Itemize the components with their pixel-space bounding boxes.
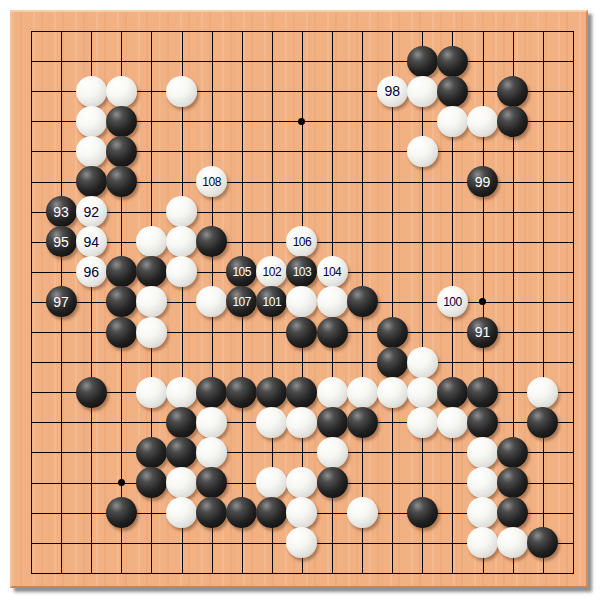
white-stone[interactable] [166, 467, 197, 498]
black-stone[interactable] [226, 377, 257, 408]
move-number-label: 92 [83, 205, 99, 219]
black-stone[interactable]: 93 [46, 196, 77, 227]
move-number-label: 97 [53, 295, 69, 309]
move-number-label: 96 [83, 265, 99, 279]
white-stone[interactable]: 96 [76, 256, 107, 287]
white-stone[interactable]: 98 [377, 76, 408, 107]
grid-line-vertical [543, 31, 544, 574]
move-number-label: 99 [475, 175, 491, 189]
star-point [479, 298, 486, 305]
grid-line-vertical [392, 31, 393, 574]
move-number-label: 101 [263, 296, 282, 308]
white-stone[interactable] [317, 437, 348, 468]
white-stone[interactable] [407, 136, 438, 167]
white-stone[interactable] [256, 467, 287, 498]
black-stone[interactable] [286, 377, 317, 408]
black-stone[interactable]: 105 [226, 256, 257, 287]
black-stone[interactable]: 107 [226, 286, 257, 317]
white-stone[interactable] [407, 407, 438, 438]
black-stone[interactable] [106, 497, 137, 528]
black-stone[interactable] [497, 497, 528, 528]
black-stone[interactable] [437, 46, 468, 77]
white-stone[interactable] [467, 437, 498, 468]
black-stone[interactable] [407, 46, 438, 77]
white-stone[interactable] [286, 467, 317, 498]
star-point [118, 479, 125, 486]
white-stone[interactable] [317, 286, 348, 317]
black-stone[interactable] [527, 407, 558, 438]
black-stone[interactable]: 95 [46, 226, 77, 257]
white-stone[interactable]: 104 [317, 256, 348, 287]
move-number-label: 94 [83, 235, 99, 249]
black-stone[interactable] [106, 106, 137, 137]
black-stone[interactable]: 97 [46, 286, 77, 317]
white-stone[interactable] [136, 286, 167, 317]
black-stone[interactable] [166, 437, 197, 468]
white-stone[interactable] [467, 527, 498, 558]
move-number-label: 106 [293, 236, 312, 248]
white-stone[interactable] [136, 317, 167, 348]
black-stone[interactable] [317, 317, 348, 348]
black-stone[interactable] [377, 317, 408, 348]
black-stone[interactable] [497, 467, 528, 498]
white-stone[interactable] [317, 377, 348, 408]
white-stone[interactable] [166, 256, 197, 287]
black-stone[interactable] [256, 497, 287, 528]
white-stone[interactable] [196, 407, 227, 438]
move-number-label: 91 [475, 325, 491, 339]
white-stone[interactable] [286, 286, 317, 317]
move-number-label: 102 [263, 266, 282, 278]
white-stone[interactable] [106, 76, 137, 107]
black-stone[interactable] [76, 377, 107, 408]
black-stone[interactable] [286, 317, 317, 348]
white-stone[interactable] [467, 467, 498, 498]
white-stone[interactable] [136, 226, 167, 257]
move-number-label: 105 [232, 266, 251, 278]
black-stone[interactable] [106, 136, 137, 167]
black-stone[interactable] [106, 166, 137, 197]
black-stone[interactable] [166, 407, 197, 438]
black-stone[interactable] [407, 497, 438, 528]
white-stone[interactable]: 102 [256, 256, 287, 287]
white-stone[interactable]: 94 [76, 226, 107, 257]
white-stone[interactable] [256, 407, 287, 438]
black-stone[interactable] [136, 256, 167, 287]
black-stone[interactable] [527, 527, 558, 558]
white-stone[interactable]: 92 [76, 196, 107, 227]
white-stone[interactable] [377, 377, 408, 408]
white-stone[interactable] [497, 527, 528, 558]
white-stone[interactable] [286, 497, 317, 528]
grid-line-horizontal [31, 573, 574, 574]
black-stone[interactable] [467, 407, 498, 438]
black-stone[interactable]: 91 [467, 317, 498, 348]
black-stone[interactable] [196, 226, 227, 257]
black-stone[interactable] [317, 407, 348, 438]
white-stone[interactable]: 106 [286, 226, 317, 257]
grid-line-vertical [422, 31, 423, 574]
black-stone[interactable] [106, 317, 137, 348]
black-stone[interactable] [136, 437, 167, 468]
black-stone[interactable] [497, 76, 528, 107]
white-stone[interactable]: 100 [437, 286, 468, 317]
white-stone[interactable] [407, 377, 438, 408]
black-stone[interactable] [196, 377, 227, 408]
white-stone[interactable] [76, 76, 107, 107]
black-stone[interactable] [106, 286, 137, 317]
white-stone[interactable] [407, 347, 438, 378]
black-stone[interactable] [497, 106, 528, 137]
black-stone[interactable] [347, 286, 378, 317]
white-stone[interactable] [437, 106, 468, 137]
go-board: 9810899939295941069610510210310497107101… [10, 10, 588, 588]
white-stone[interactable] [166, 76, 197, 107]
black-stone[interactable] [347, 407, 378, 438]
star-point [298, 118, 305, 125]
white-stone[interactable] [136, 377, 167, 408]
grid-line-vertical [573, 31, 574, 574]
white-stone[interactable] [527, 377, 558, 408]
white-stone[interactable]: 108 [196, 166, 227, 197]
black-stone[interactable] [467, 377, 498, 408]
black-stone[interactable] [76, 166, 107, 197]
white-stone[interactable] [407, 76, 438, 107]
move-number-label: 98 [384, 84, 400, 98]
black-stone[interactable]: 103 [286, 256, 317, 287]
page: 9810899939295941069610510210310497107101… [0, 0, 600, 600]
white-stone[interactable] [166, 196, 197, 227]
grid-line-horizontal [31, 362, 574, 363]
white-stone[interactable] [166, 226, 197, 257]
move-number-label: 95 [53, 235, 69, 249]
move-number-label: 107 [232, 296, 251, 308]
move-number-label: 108 [202, 176, 221, 188]
black-stone[interactable] [437, 76, 468, 107]
white-stone[interactable] [76, 106, 107, 137]
move-number-label: 104 [323, 266, 342, 278]
black-stone[interactable] [437, 377, 468, 408]
white-stone[interactable] [437, 407, 468, 438]
white-stone[interactable] [196, 286, 227, 317]
black-stone[interactable] [256, 377, 287, 408]
black-stone[interactable] [377, 347, 408, 378]
black-stone[interactable]: 101 [256, 286, 287, 317]
black-stone[interactable] [497, 437, 528, 468]
move-number-label: 100 [443, 296, 462, 308]
white-stone[interactable] [286, 527, 317, 558]
move-number-label: 93 [53, 205, 69, 219]
black-stone[interactable] [196, 497, 227, 528]
white-stone[interactable] [76, 136, 107, 167]
black-stone[interactable] [226, 497, 257, 528]
white-stone[interactable] [467, 497, 498, 528]
white-stone[interactable] [166, 377, 197, 408]
white-stone[interactable] [166, 497, 197, 528]
black-stone[interactable] [136, 467, 167, 498]
black-stone[interactable] [196, 467, 227, 498]
black-stone[interactable] [106, 256, 137, 287]
black-stone[interactable] [317, 467, 348, 498]
move-number-label: 103 [293, 266, 312, 278]
black-stone[interactable]: 99 [467, 166, 498, 197]
white-stone[interactable] [286, 407, 317, 438]
white-stone[interactable] [347, 497, 378, 528]
white-stone[interactable] [196, 437, 227, 468]
white-stone[interactable] [347, 377, 378, 408]
white-stone[interactable] [467, 106, 498, 137]
